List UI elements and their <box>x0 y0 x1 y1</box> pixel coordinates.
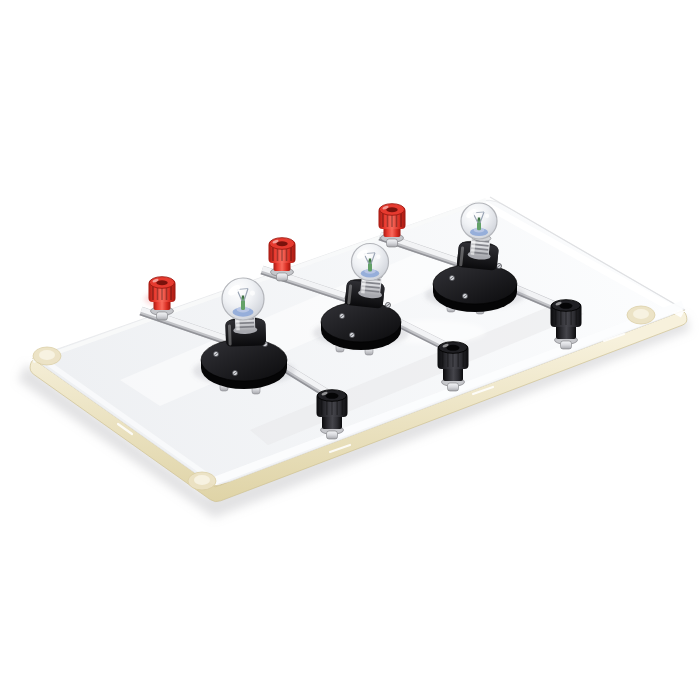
plate-foot <box>627 306 655 324</box>
foot-inner <box>39 350 55 360</box>
glass-bulb <box>222 278 264 320</box>
lamp-base-top <box>321 302 401 342</box>
post-screw <box>277 273 288 281</box>
red-binding-post <box>379 204 406 247</box>
post-screw <box>157 312 168 320</box>
post-screw <box>561 341 572 349</box>
glass-bulb <box>461 203 497 239</box>
glass-bulb <box>352 244 389 281</box>
post-hole <box>276 241 287 246</box>
lamp-base-top <box>433 264 517 304</box>
black-binding-post <box>317 390 348 439</box>
bulb-stem-tip <box>478 218 480 221</box>
bulb-stem-tip <box>369 259 371 262</box>
red-binding-post <box>149 277 176 320</box>
bulb-specular-small <box>250 291 255 296</box>
lamp-board-scene <box>0 0 700 700</box>
post-screw <box>327 431 338 439</box>
post-hole <box>446 345 459 351</box>
foot-inner <box>633 309 649 319</box>
post-hole <box>386 207 397 212</box>
black-binding-post <box>551 300 582 349</box>
red-binding-post <box>269 238 296 281</box>
post-hole <box>325 393 338 399</box>
plate-foot <box>188 472 216 490</box>
black-binding-post <box>438 342 469 391</box>
post-hole <box>156 280 167 285</box>
product-photo <box>0 0 700 700</box>
foot-inner <box>194 475 210 485</box>
plate-foot <box>33 347 61 365</box>
post-screw <box>448 383 459 391</box>
post-screw <box>387 239 398 247</box>
bulb-stem-tip <box>242 296 244 299</box>
bulb-specular-small <box>376 255 380 259</box>
post-hole <box>559 303 572 309</box>
bulb-specular-small <box>485 214 489 218</box>
